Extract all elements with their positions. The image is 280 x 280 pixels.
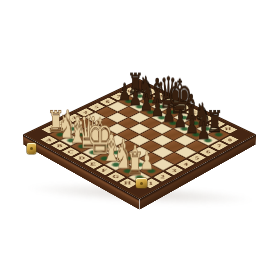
rank-label-text: 6 bbox=[106, 100, 110, 104]
rank-label-text: 4 bbox=[184, 162, 188, 166]
file-label-text: E bbox=[90, 162, 96, 166]
rank-label-text: 7 bbox=[217, 144, 221, 148]
scene: ABCDEFGH8♜♞♝♛♚♝♞♜87♟♟♟♟♟♟♟♟7665544332♟♟♟… bbox=[0, 0, 280, 280]
file-label-text: H bbox=[125, 181, 132, 186]
rank-label-text: 5 bbox=[195, 156, 199, 160]
piece-white-rook-h1[interactable]: ♜ bbox=[120, 148, 149, 180]
file-label-text: B bbox=[57, 144, 63, 148]
file-label-text: A bbox=[46, 138, 52, 142]
product-photo: ABCDEFGH8♜♞♝♛♚♝♞♜87♟♟♟♟♟♟♟♟7665544332♟♟♟… bbox=[0, 0, 280, 280]
file-label-text: C bbox=[68, 150, 74, 154]
rank-label-text: 3 bbox=[172, 168, 176, 172]
brass-clasp-front bbox=[136, 178, 147, 188]
file-label-text: F bbox=[102, 168, 107, 172]
rank-label-text: 6 bbox=[206, 150, 210, 154]
brass-clasp-left bbox=[27, 143, 36, 154]
square-e5[interactable] bbox=[140, 129, 161, 140]
file-label-text: D bbox=[79, 156, 85, 160]
piece-black-pawn-h7[interactable]: ♟ bbox=[190, 118, 218, 142]
rank-label-text: 1 bbox=[149, 181, 153, 186]
rank-label-text: 8 bbox=[228, 138, 233, 142]
file-label-text: G bbox=[113, 175, 120, 180]
rank-label-text: 2 bbox=[160, 175, 164, 180]
